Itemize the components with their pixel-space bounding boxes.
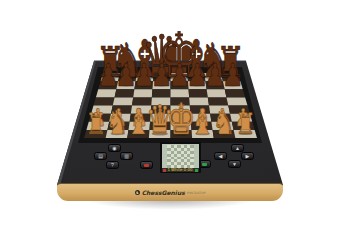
up-button[interactable]: ▲ xyxy=(231,144,244,152)
lcd-green-softkey-mark xyxy=(195,169,198,172)
right-button[interactable]: ▶ xyxy=(241,152,254,160)
down-button[interactable]: ▼ xyxy=(228,160,241,168)
right-arrow-icon: ▶ xyxy=(246,154,250,159)
cancel-red-icon xyxy=(144,164,149,167)
lcd-board xyxy=(167,145,193,168)
position-button[interactable]: ▤ xyxy=(94,152,107,160)
lcd-clock: 0:00 xyxy=(184,168,193,172)
board-svg: ♜♞♝♛♚♝♞♜♟♟♟♟♟♟♟♟♟♟♟♟♟♟♟♟♜♞♝♛♚♝♞♜ xyxy=(0,0,340,226)
cancel-button[interactable] xyxy=(140,161,153,169)
new-game-button[interactable]: ◉ xyxy=(108,144,121,152)
up-arrow-icon: ▲ xyxy=(235,146,240,151)
piece-h1-white-r[interactable]: ♜ xyxy=(235,107,255,141)
info-button[interactable]: ▥ xyxy=(120,152,133,160)
chess-computer-scene: ♜♞♝♛♚♝♞♜♟♟♟♟♟♟♟♟♟♟♟♟♟♟♟♟♜♞♝♛♚♝♞♜ ◉ ▤ ▥ ?… xyxy=(0,0,340,226)
lcd-move-number: 1 xyxy=(167,168,170,172)
piece-a1-white-r[interactable]: ♜ xyxy=(86,107,106,141)
confirm-green-icon xyxy=(202,163,207,166)
down-arrow-icon: ▼ xyxy=(232,162,237,167)
left-button[interactable]: ◀ xyxy=(214,152,227,160)
help-button[interactable]: ? xyxy=(106,161,119,169)
lcd-display: 1 White 0:00 xyxy=(160,142,201,173)
lcd-status-bar: 1 White 0:00 xyxy=(162,168,199,172)
lcd-red-softkey-mark xyxy=(163,169,166,172)
piece-f1-white-b[interactable]: ♝ xyxy=(190,102,215,142)
lcd-turn-label: White xyxy=(171,168,183,172)
piece-b1-white-n[interactable]: ♞ xyxy=(106,104,129,142)
position-icon: ▤ xyxy=(98,154,103,159)
piece-g1-white-n[interactable]: ♞ xyxy=(212,104,235,142)
new-game-icon: ◉ xyxy=(112,146,116,151)
help-icon: ? xyxy=(111,163,114,168)
piece-h7-black-p[interactable]: ♟ xyxy=(222,56,244,93)
left-arrow-icon: ◀ xyxy=(219,154,223,159)
info-icon: ▥ xyxy=(124,154,129,159)
